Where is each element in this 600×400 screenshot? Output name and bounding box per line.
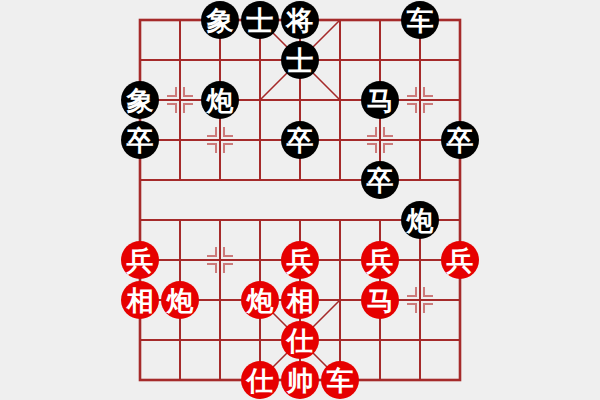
piece-black-chariot[interactable]: 车	[401, 1, 439, 39]
piece-black-general[interactable]: 将	[281, 1, 319, 39]
piece-black-cannon[interactable]: 炮	[201, 81, 239, 119]
xiangqi-board: 象士将车士象炮马卒卒卒卒炮兵兵兵兵相炮炮相马仕仕帅车	[120, 0, 480, 400]
piece-red-general[interactable]: 帅	[281, 361, 319, 399]
piece-black-horse[interactable]: 马	[361, 81, 399, 119]
piece-black-advisor[interactable]: 士	[281, 41, 319, 79]
piece-red-elephant[interactable]: 相	[281, 281, 319, 319]
piece-black-pawn[interactable]: 卒	[361, 161, 399, 199]
piece-red-cannon[interactable]: 炮	[241, 281, 279, 319]
piece-black-cannon[interactable]: 炮	[401, 201, 439, 239]
piece-black-pawn[interactable]: 卒	[441, 121, 479, 159]
piece-red-pawn[interactable]: 兵	[281, 241, 319, 279]
piece-red-cannon[interactable]: 炮	[161, 281, 199, 319]
app-background: 象士将车士象炮马卒卒卒卒炮兵兵兵兵相炮炮相马仕仕帅车	[0, 0, 600, 400]
piece-red-advisor[interactable]: 仕	[281, 321, 319, 359]
piece-red-elephant[interactable]: 相	[121, 281, 159, 319]
piece-black-pawn[interactable]: 卒	[121, 121, 159, 159]
piece-red-pawn[interactable]: 兵	[441, 241, 479, 279]
piece-black-elephant[interactable]: 象	[201, 1, 239, 39]
piece-black-advisor[interactable]: 士	[241, 1, 279, 39]
piece-red-pawn[interactable]: 兵	[121, 241, 159, 279]
piece-black-pawn[interactable]: 卒	[281, 121, 319, 159]
piece-black-elephant[interactable]: 象	[121, 81, 159, 119]
piece-red-horse[interactable]: 马	[361, 281, 399, 319]
piece-red-advisor[interactable]: 仕	[241, 361, 279, 399]
piece-red-chariot[interactable]: 车	[321, 361, 359, 399]
piece-red-pawn[interactable]: 兵	[361, 241, 399, 279]
board-intersections[interactable]: 象士将车士象炮马卒卒卒卒炮兵兵兵兵相炮炮相马仕仕帅车	[120, 0, 480, 400]
